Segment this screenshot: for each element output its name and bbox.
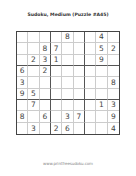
sudoku-cell-r5c8 [96,77,107,88]
sudoku-cell-r9c7 [85,123,96,134]
sudoku-cell-r4c9 [108,66,119,77]
sudoku-cell-r5c6 [74,77,85,88]
sudoku-cell-r7c2: 7 [28,100,39,111]
footer-url[interactable]: www.printfreesudoku.com [0,161,136,166]
sudoku-cell-r8c7 [85,111,96,122]
sudoku-cell-r7c7 [85,100,96,111]
sudoku-cell-r3c4: 1 [51,55,62,66]
sudoku-cell-r1c4 [51,32,62,43]
sudoku-cell-r3c2: 2 [28,55,39,66]
sudoku-cell-r1c7 [85,32,96,43]
sudoku-cell-r4c3: 2 [40,66,51,77]
sudoku-cell-r2c7 [85,43,96,54]
sudoku-cell-r5c1: 3 [17,77,28,88]
sudoku-cell-r6c2: 5 [28,89,39,100]
sudoku-cell-r3c3: 3 [40,55,51,66]
sudoku-cell-r8c8 [96,111,107,122]
sudoku-cell-r4c4 [51,66,62,77]
sudoku-cell-r3c5 [62,55,73,66]
sudoku-cell-r9c9: 4 [108,123,119,134]
sudoku-cell-r4c5 [62,66,73,77]
sudoku-cell-r8c1: 8 [17,111,28,122]
sudoku-cell-r1c8: 4 [96,32,107,43]
sudoku-cell-r2c3: 8 [40,43,51,54]
sudoku-cell-r7c5 [62,100,73,111]
sudoku-cell-r7c1 [17,100,28,111]
sudoku-cell-r4c7 [85,66,96,77]
sudoku-cell-r2c2 [28,43,39,54]
sudoku-cell-r6c3 [40,89,51,100]
sudoku-cell-r7c3 [40,100,51,111]
sudoku-cell-r2c8: 5 [96,43,107,54]
sudoku-cell-r5c2 [28,77,39,88]
sudoku-cell-r5c3 [40,77,51,88]
sudoku-cell-r5c9: 8 [108,77,119,88]
sudoku-cell-r7c4 [51,100,62,111]
sudoku-cell-r1c5: 8 [62,32,73,43]
sudoku-cell-r6c9 [108,89,119,100]
sudoku-cell-r6c8 [96,89,107,100]
sudoku-cell-r6c1: 9 [17,89,28,100]
sudoku-cell-r7c8: 1 [96,100,107,111]
sudoku-cell-r6c7 [85,89,96,100]
sudoku-cell-r1c6 [74,32,85,43]
sudoku-cell-r9c5: 6 [62,123,73,134]
sudoku-cell-r9c6 [74,123,85,134]
sudoku-page: Sudoku, Medium (Puzzle #A45) 84875223196… [0,0,136,176]
sudoku-cell-r9c1 [17,123,28,134]
sudoku-cell-r8c6: 7 [74,111,85,122]
sudoku-cell-r5c7 [85,77,96,88]
sudoku-cell-r2c1 [17,43,28,54]
sudoku-cell-r9c4: 2 [51,123,62,134]
sudoku-cell-r6c4 [51,89,62,100]
sudoku-cell-r1c3 [40,32,51,43]
sudoku-cell-r4c8 [96,66,107,77]
sudoku-cell-r8c4 [51,111,62,122]
sudoku-cell-r2c5 [62,43,73,54]
sudoku-cell-r2c4: 7 [51,43,62,54]
sudoku-cell-r9c3 [40,123,51,134]
sudoku-cell-r4c2 [28,66,39,77]
sudoku-cell-r2c9: 2 [108,43,119,54]
sudoku-cell-r3c9 [108,55,119,66]
sudoku-cell-r1c2 [28,32,39,43]
sudoku-cell-r1c1 [17,32,28,43]
sudoku-cell-r2c6 [74,43,85,54]
sudoku-cell-r6c6 [74,89,85,100]
sudoku-cell-r8c3: 6 [40,111,51,122]
sudoku-cell-r3c7 [85,55,96,66]
sudoku-cell-r9c2: 3 [28,123,39,134]
sudoku-cell-r4c1: 6 [17,66,28,77]
sudoku-cell-r9c8 [96,123,107,134]
sudoku-cell-r7c9: 3 [108,100,119,111]
sudoku-cell-r1c9 [108,32,119,43]
sudoku-cell-r8c2 [28,111,39,122]
sudoku-cell-r3c6 [74,55,85,66]
puzzle-title: Sudoku, Medium (Puzzle #A45) [0,12,136,17]
sudoku-cell-r8c9: 9 [108,111,119,122]
sudoku-cell-r3c8: 9 [96,55,107,66]
sudoku-board: 8487522319623895713863793264 [16,31,120,135]
sudoku-cell-r4c6 [74,66,85,77]
sudoku-cell-r6c5 [62,89,73,100]
sudoku-cell-r3c1 [17,55,28,66]
sudoku-cell-r5c4 [51,77,62,88]
sudoku-cell-r7c6 [74,100,85,111]
sudoku-cell-r5c5 [62,77,73,88]
sudoku-cell-r8c5: 3 [62,111,73,122]
